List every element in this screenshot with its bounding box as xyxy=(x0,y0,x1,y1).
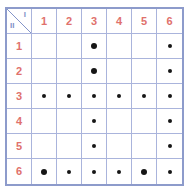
cell-r6c4 xyxy=(107,159,132,184)
cell-r5c2 xyxy=(57,134,82,159)
cell-r5c5 xyxy=(132,134,157,159)
col-header-3: 3 xyxy=(82,9,107,34)
cell-r4c6 xyxy=(157,109,182,134)
cell-r1c5 xyxy=(132,34,157,59)
relation-dot xyxy=(142,94,146,98)
relation-dot xyxy=(92,119,96,123)
cell-r6c3 xyxy=(82,159,107,184)
relation-dot xyxy=(92,170,96,174)
cell-r2c1 xyxy=(32,59,57,84)
row-header-label: 1 xyxy=(16,41,22,52)
relation-dot xyxy=(91,43,97,49)
cell-r4c1 xyxy=(32,109,57,134)
col-header-label: 2 xyxy=(66,16,72,27)
cell-r1c3 xyxy=(82,34,107,59)
cell-r2c3 xyxy=(82,59,107,84)
cell-r2c2 xyxy=(57,59,82,84)
col-header-4: 4 xyxy=(107,9,132,34)
row-header-1: 1 xyxy=(7,34,32,59)
col-header-6: 6 xyxy=(157,9,182,34)
relation-dot xyxy=(92,94,96,98)
relation-dot xyxy=(91,68,97,74)
relation-dot xyxy=(67,94,71,98)
relation-dot xyxy=(117,94,121,98)
cell-r3c3 xyxy=(82,84,107,109)
cell-r6c6 xyxy=(157,159,182,184)
cell-r4c5 xyxy=(132,109,157,134)
cell-r4c3 xyxy=(82,109,107,134)
cell-r5c1 xyxy=(32,134,57,159)
relation-table: III123456123456 xyxy=(5,7,190,186)
row-header-label: 6 xyxy=(16,166,22,177)
col-header-5: 5 xyxy=(132,9,157,34)
relation-dot xyxy=(41,169,47,175)
row-header-2: 2 xyxy=(7,59,32,84)
relation-dot xyxy=(168,44,172,48)
cell-r1c2 xyxy=(57,34,82,59)
relation-dot xyxy=(117,170,121,174)
cell-r2c5 xyxy=(132,59,157,84)
corner-cell: III xyxy=(7,9,32,34)
col-axis-label: I xyxy=(24,11,26,19)
relation-dot xyxy=(168,69,172,73)
cell-r5c4 xyxy=(107,134,132,159)
cell-r4c4 xyxy=(107,109,132,134)
relation-dot xyxy=(168,94,172,98)
col-header-2: 2 xyxy=(57,9,82,34)
cell-r3c1 xyxy=(32,84,57,109)
board-grid: III123456123456 xyxy=(5,7,184,186)
cell-r3c4 xyxy=(107,84,132,109)
col-header-label: 4 xyxy=(116,16,122,27)
relation-dot xyxy=(92,144,96,148)
relation-dot xyxy=(168,170,172,174)
cell-r3c6 xyxy=(157,84,182,109)
relation-dot xyxy=(168,119,172,123)
relation-dot xyxy=(141,169,147,175)
cell-r2c4 xyxy=(107,59,132,84)
cell-r6c5 xyxy=(132,159,157,184)
col-header-label: 6 xyxy=(166,16,172,27)
col-header-1: 1 xyxy=(32,9,57,34)
row-header-label: 2 xyxy=(16,66,22,77)
cell-r1c4 xyxy=(107,34,132,59)
cell-r6c1 xyxy=(32,159,57,184)
row-header-label: 5 xyxy=(16,141,22,152)
row-header-6: 6 xyxy=(7,159,32,184)
relation-dot xyxy=(168,144,172,148)
cell-r6c2 xyxy=(57,159,82,184)
cell-r5c6 xyxy=(157,134,182,159)
row-header-4: 4 xyxy=(7,109,32,134)
cell-r2c6 xyxy=(157,59,182,84)
row-header-label: 4 xyxy=(16,116,22,127)
cell-r5c3 xyxy=(82,134,107,159)
row-header-label: 3 xyxy=(16,91,22,102)
col-header-label: 1 xyxy=(41,16,47,27)
row-axis-label: II xyxy=(10,22,14,30)
cell-r1c6 xyxy=(157,34,182,59)
row-header-5: 5 xyxy=(7,134,32,159)
cell-r3c5 xyxy=(132,84,157,109)
col-header-label: 3 xyxy=(91,16,97,27)
cell-r4c2 xyxy=(57,109,82,134)
row-header-3: 3 xyxy=(7,84,32,109)
relation-dot xyxy=(67,170,71,174)
relation-dot xyxy=(42,94,46,98)
col-header-label: 5 xyxy=(141,16,147,27)
cell-r3c2 xyxy=(57,84,82,109)
cell-r1c1 xyxy=(32,34,57,59)
